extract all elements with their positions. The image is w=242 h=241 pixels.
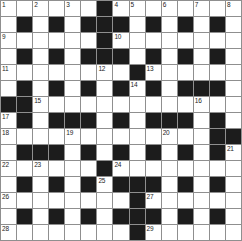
cell-r4c5[interactable] [65,49,80,64]
cell-r1c3[interactable]: 2 [33,1,48,16]
cell-r6c1[interactable] [1,81,16,96]
cell-r12c1[interactable] [1,177,16,192]
block-r14c6 [81,209,96,224]
cell-r12c3[interactable] [33,177,48,192]
clue-number-2: 2 [34,1,37,8]
block-r12c2 [17,177,32,192]
block-r12c8 [113,177,128,192]
cell-r3c14[interactable] [210,33,225,48]
block-r3c7 [97,33,112,48]
cell-r10c5[interactable] [65,145,80,160]
cell-r5c5[interactable] [65,65,80,80]
cell-r11c1[interactable]: 22 [1,161,16,176]
cell-r8c9[interactable] [130,113,145,128]
cell-r9c2[interactable] [17,129,32,144]
block-r2c14 [210,17,225,32]
clue-number-19: 19 [66,129,73,136]
clue-number-11: 11 [2,65,8,72]
clue-number-21: 21 [227,145,234,152]
cell-r15c10[interactable]: 29 [146,225,161,240]
clue-number-1: 1 [2,1,5,8]
cell-r11c4[interactable] [49,161,64,176]
cell-r8c1[interactable]: 17 [1,113,16,128]
cell-r15c2[interactable] [17,225,32,240]
block-r10c12 [178,145,193,160]
cell-r6c11[interactable] [162,81,177,96]
cell-r1c1[interactable]: 1 [1,1,16,16]
cell-r13c4[interactable] [49,193,64,208]
cell-r15c1[interactable]: 28 [1,225,16,240]
cell-r3c13[interactable] [194,33,209,48]
block-r8c4 [49,113,64,128]
block-r14c2 [17,209,32,224]
cell-r10c15[interactable]: 21 [226,145,241,160]
cell-r13c5[interactable] [65,193,80,208]
clue-number-16: 16 [195,97,202,104]
block-r2c4 [49,17,64,32]
block-r14c12 [178,209,193,224]
block-r10c6 [81,145,96,160]
cell-r11c2[interactable] [17,161,32,176]
block-r6c6 [81,81,96,96]
block-r10c3 [33,145,48,160]
cell-r14c1[interactable] [1,209,16,224]
cell-r6c5[interactable] [65,81,80,96]
cell-r7c3[interactable]: 15 [33,97,48,112]
clue-number-29: 29 [147,225,154,232]
cell-r7c10[interactable] [146,97,161,112]
clue-number-20: 20 [163,129,170,136]
cell-r13c8[interactable] [113,193,128,208]
clue-number-28: 28 [2,225,9,232]
cell-r14c7[interactable] [97,209,112,224]
cell-r4c13[interactable] [194,49,209,64]
clue-number-13: 13 [147,65,154,72]
cell-r15c7[interactable] [97,225,112,240]
block-r8c2 [17,113,32,128]
block-r13c9 [130,193,145,208]
clue-number-15: 15 [34,97,41,104]
cell-r11c8[interactable]: 24 [113,161,128,176]
cell-r6c3[interactable] [33,81,48,96]
cell-r5c8[interactable] [113,65,128,80]
block-r2c7 [97,17,112,32]
cell-r7c15[interactable] [226,97,241,112]
cell-r2c3[interactable] [33,17,48,32]
cell-r13c2[interactable] [17,193,32,208]
block-r1c7 [97,1,112,16]
cell-r12c7[interactable]: 25 [97,177,112,192]
cell-r14c5[interactable] [65,209,80,224]
block-r6c2 [17,81,32,96]
block-r14c8 [113,209,128,224]
block-r4c10 [146,49,161,64]
clue-number-8: 8 [227,1,230,8]
cell-r7c4[interactable] [49,97,64,112]
cell-r3c3[interactable] [33,33,48,48]
cell-r10c11[interactable] [162,145,177,160]
block-r4c12 [178,49,193,64]
cell-r7c9[interactable] [130,97,145,112]
cell-r14c15[interactable] [226,209,241,224]
cell-r7c7[interactable] [97,97,112,112]
cell-r1c12[interactable] [178,1,193,16]
cell-r13c6[interactable] [81,193,96,208]
cell-r3c6[interactable] [81,33,96,48]
block-r6c12 [178,81,193,96]
block-r2c2 [17,17,32,32]
block-r10c2 [17,145,32,160]
cell-r13c7[interactable] [97,193,112,208]
cell-r11c3[interactable]: 23 [33,161,48,176]
cell-r1c13[interactable]: 7 [194,1,209,16]
cell-r12c15[interactable] [226,177,241,192]
block-r4c4 [49,49,64,64]
cell-r11c6[interactable] [81,161,96,176]
cell-r7c12[interactable] [178,97,193,112]
cell-r5c15[interactable] [226,65,241,80]
cell-r15c11[interactable] [162,225,177,240]
cell-r5c14[interactable] [210,65,225,80]
cell-r3c2[interactable] [17,33,32,48]
cell-r15c8[interactable] [113,225,128,240]
block-r9c14 [210,129,225,144]
block-r14c4 [49,209,64,224]
cell-r8c15[interactable] [226,113,241,128]
cell-r1c6[interactable] [81,1,96,16]
cell-r1c4[interactable] [49,1,64,16]
clue-number-6: 6 [163,1,166,8]
cell-r15c6[interactable] [81,225,96,240]
cell-r10c7[interactable] [97,145,112,160]
cell-r5c10[interactable]: 13 [146,65,161,80]
block-r2c6 [81,17,96,32]
cell-r1c14[interactable] [210,1,225,16]
cell-r13c10[interactable]: 27 [146,193,161,208]
block-r4c14 [210,49,225,64]
cell-r13c1[interactable]: 26 [1,193,16,208]
cell-r1c8[interactable]: 4 [113,1,128,16]
cell-r5c3[interactable] [33,65,48,80]
cell-r6c15[interactable] [226,81,241,96]
cell-r1c11[interactable]: 6 [162,1,177,16]
cell-r11c5[interactable] [65,161,80,176]
cell-r4c1[interactable] [1,49,16,64]
cell-r11c12[interactable] [178,161,193,176]
cell-r1c10[interactable] [146,1,161,16]
cell-r11c9[interactable] [130,161,145,176]
clue-number-4: 4 [114,1,117,8]
cell-r15c3[interactable] [33,225,48,240]
clue-number-5: 5 [131,1,134,8]
cell-r3c10[interactable] [146,33,161,48]
cell-r11c14[interactable] [210,161,225,176]
cell-r10c1[interactable] [1,145,16,160]
cell-r4c15[interactable] [226,49,241,64]
cell-r10c9[interactable] [130,145,145,160]
cell-r9c10[interactable] [146,129,161,144]
cell-r2c11[interactable] [162,17,177,32]
clue-number-22: 22 [2,161,9,168]
cell-r8c3[interactable] [33,113,48,128]
cell-r15c12[interactable] [178,225,193,240]
block-r10c10 [146,145,161,160]
cell-r9c9[interactable] [130,129,145,144]
cell-r9c12[interactable] [178,129,193,144]
clue-number-26: 26 [2,193,9,200]
block-r15c9 [130,225,145,240]
cell-r13c14[interactable] [210,193,225,208]
cell-r14c13[interactable] [194,209,209,224]
block-r6c14 [210,81,225,96]
block-r8c10 [146,113,161,128]
clue-number-18: 18 [2,129,9,136]
clue-number-25: 25 [98,177,105,184]
block-r12c4 [49,177,64,192]
cell-r13c13[interactable] [194,193,209,208]
cell-r2c1[interactable] [1,17,16,32]
cell-r3c4[interactable] [49,33,64,48]
block-r8c14 [210,113,225,128]
block-r10c14 [210,145,225,160]
block-r12c10 [146,177,161,192]
cell-r9c6[interactable] [81,129,96,144]
cell-r1c2[interactable] [17,1,32,16]
block-r11c7 [97,161,112,176]
cell-r3c5[interactable] [65,33,80,48]
block-r12c9 [130,177,145,192]
cell-r7c11[interactable] [162,97,177,112]
cell-r8c7[interactable] [97,113,112,128]
cell-r9c1[interactable]: 18 [1,129,16,144]
cell-r4c9[interactable] [130,49,145,64]
cell-r11c10[interactable] [146,161,161,176]
clue-number-10: 10 [114,33,121,40]
block-r7c1 [1,97,16,112]
block-r14c14 [210,209,225,224]
block-r10c4 [49,145,64,160]
block-r6c13 [194,81,209,96]
clue-number-24: 24 [114,161,121,168]
cell-r5c12[interactable] [178,65,193,80]
cell-r15c4[interactable] [49,225,64,240]
clue-number-3: 3 [66,1,69,8]
cell-r2c9[interactable] [130,17,145,32]
cell-r8c13[interactable] [194,113,209,128]
block-r8c11 [162,113,177,128]
cell-r9c5[interactable]: 19 [65,129,80,144]
block-r8c12 [178,113,193,128]
clue-number-14: 14 [131,81,138,88]
block-r7c2 [17,97,32,112]
cell-r5c2[interactable] [17,65,32,80]
cell-r12c11[interactable] [162,177,177,192]
block-r8c8 [113,113,128,128]
cell-r15c15[interactable] [226,225,241,240]
cell-r7c6[interactable] [81,97,96,112]
block-r14c9 [130,209,145,224]
cell-r9c4[interactable] [49,129,64,144]
cell-r13c3[interactable] [33,193,48,208]
clue-number-12: 12 [98,65,105,72]
block-r6c4 [49,81,64,96]
clue-number-23: 23 [34,161,41,168]
cell-r13c11[interactable] [162,193,177,208]
block-r14c10 [146,209,161,224]
cell-r10c13[interactable] [194,145,209,160]
cell-r5c11[interactable] [162,65,177,80]
cell-r5c13[interactable] [194,65,209,80]
cell-r13c12[interactable] [178,193,193,208]
cell-r1c15[interactable]: 8 [226,1,241,16]
cell-r13c15[interactable] [226,193,241,208]
block-r2c8 [113,17,128,32]
cell-r15c13[interactable] [194,225,209,240]
block-r4c6 [81,49,96,64]
block-r6c8 [113,81,128,96]
cell-r11c11[interactable] [162,161,177,176]
cell-r9c7[interactable] [97,129,112,144]
block-r12c14 [210,177,225,192]
cell-r1c5[interactable]: 3 [65,1,80,16]
cell-r5c1[interactable]: 11 [1,65,16,80]
block-r5c9 [130,65,145,80]
cell-r3c15[interactable] [226,33,241,48]
cell-r11c15[interactable] [226,161,241,176]
cell-r9c11[interactable]: 20 [162,129,177,144]
cell-r4c11[interactable] [162,49,177,64]
block-r9c15 [226,129,241,144]
block-r12c6 [81,177,96,192]
block-r6c10 [146,81,161,96]
block-r2c12 [178,17,193,32]
cell-r12c5[interactable] [65,177,80,192]
cell-r3c11[interactable] [162,33,177,48]
cell-r3c8[interactable]: 10 [113,33,128,48]
cell-r7c5[interactable] [65,97,80,112]
clue-number-7: 7 [195,1,198,8]
cell-r7c14[interactable] [210,97,225,112]
cell-r11c13[interactable] [194,161,209,176]
cell-r2c13[interactable] [194,17,209,32]
cell-r5c6[interactable] [81,65,96,80]
cell-r1c9[interactable]: 5 [130,1,145,16]
block-r8c5 [65,113,80,128]
cell-r7c8[interactable] [113,97,128,112]
block-r10c8 [113,145,128,160]
cell-r3c9[interactable] [130,33,145,48]
cell-r15c14[interactable] [210,225,225,240]
clue-number-17: 17 [2,113,9,120]
cell-r4c3[interactable] [33,49,48,64]
clue-number-9: 9 [2,33,5,40]
block-r4c8 [113,49,128,64]
cell-r5c7[interactable]: 12 [97,65,112,80]
block-r12c12 [178,177,193,192]
block-r2c10 [146,17,161,32]
cell-r6c7[interactable] [97,81,112,96]
cell-r6c9[interactable]: 14 [130,81,145,96]
block-r8c6 [81,113,96,128]
cell-r3c1[interactable]: 9 [1,33,16,48]
crossword-grid: 1234567891011121314151617181920212223242… [0,0,242,241]
cell-r15c5[interactable] [65,225,80,240]
cell-r3c12[interactable] [178,33,193,48]
clue-number-27: 27 [147,193,154,200]
cell-r2c5[interactable] [65,17,80,32]
cell-r5c4[interactable] [49,65,64,80]
cell-r9c8[interactable] [113,129,128,144]
cell-r2c15[interactable] [226,17,241,32]
cell-r7c13[interactable]: 16 [194,97,209,112]
cell-r14c3[interactable] [33,209,48,224]
cell-r12c13[interactable] [194,177,209,192]
cell-r9c3[interactable] [33,129,48,144]
block-r4c2 [17,49,32,64]
cell-r14c11[interactable] [162,209,177,224]
cell-r9c13[interactable] [194,129,209,144]
block-r4c7 [97,49,112,64]
